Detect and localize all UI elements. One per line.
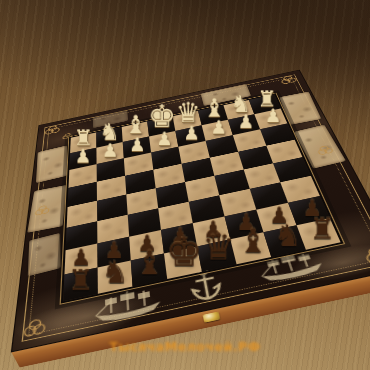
black-rook[interactable]: ♜ bbox=[68, 267, 93, 295]
black-queen[interactable]: ♛ bbox=[202, 229, 235, 265]
white-pawn[interactable]: ♟ bbox=[156, 129, 173, 148]
black-rook[interactable]: ♜ bbox=[310, 215, 335, 243]
chess-set-photo: ♜♞♝♚♛♝♞♜♟♟♟♟♟♟♟♟♟♟♟♟♟♟♟♟♜♞♝♚♛♝♞♜ ТысячаМ… bbox=[0, 0, 370, 370]
watermark-text: ТысячаМелочей.РФ bbox=[109, 339, 260, 354]
white-pawn[interactable]: ♟ bbox=[75, 147, 92, 166]
black-king[interactable]: ♚ bbox=[166, 232, 203, 273]
white-pawn[interactable]: ♟ bbox=[129, 135, 146, 154]
perspective-wrapper: ♜♞♝♚♛♝♞♜♟♟♟♟♟♟♟♟♟♟♟♟♟♟♟♟♜♞♝♚♛♝♞♜ bbox=[0, 0, 370, 370]
black-knight[interactable]: ♞ bbox=[274, 220, 301, 251]
black-bishop[interactable]: ♝ bbox=[238, 225, 268, 258]
black-knight[interactable]: ♞ bbox=[101, 257, 128, 288]
brass-latch bbox=[203, 312, 221, 323]
white-pawn[interactable]: ♟ bbox=[210, 118, 227, 137]
white-pawn[interactable]: ♟ bbox=[265, 106, 282, 125]
chessboard: ♜♞♝♚♛♝♞♜♟♟♟♟♟♟♟♟♟♟♟♟♟♟♟♟♜♞♝♚♛♝♞♜ bbox=[12, 70, 370, 351]
black-bishop[interactable]: ♝ bbox=[135, 247, 165, 280]
white-pawn[interactable]: ♟ bbox=[183, 124, 200, 143]
white-pawn[interactable]: ♟ bbox=[238, 112, 255, 131]
white-pawn[interactable]: ♟ bbox=[102, 141, 119, 160]
